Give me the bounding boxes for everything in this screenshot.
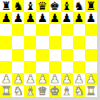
black-pawn-piece: ♟ [13,13,23,24]
black-bishop-piece: ♝ [62,1,72,12]
square-f3[interactable] [61,61,73,73]
square-g7[interactable]: ♟ [73,12,85,24]
black-pawn-piece: ♟ [74,13,84,24]
square-g2[interactable]: ♟ [73,73,85,85]
square-g1[interactable]: ♞ [73,85,85,97]
black-rook-piece: ♜ [86,1,96,12]
square-b6[interactable] [12,24,24,36]
black-king-piece: ♚ [49,1,59,12]
square-e6[interactable] [49,24,61,36]
square-g3[interactable] [73,61,85,73]
black-bishop-piece: ♝ [25,1,35,12]
black-pawn-piece: ♟ [1,13,11,24]
white-pawn-piece: ♟ [49,74,59,85]
black-knight-piece: ♞ [74,1,84,12]
chess-board: ♜♞♝♛♚♝♞♜♟♟♟♟♟♟♟♟♟♟♟♟♟♟♟♟♜♞♝♛♚♝♞♜ [0,0,97,97]
square-h5[interactable] [85,36,97,48]
square-g4[interactable] [73,49,85,61]
square-a8[interactable]: ♜ [0,0,12,12]
square-c7[interactable]: ♟ [24,12,36,24]
square-h6[interactable] [85,24,97,36]
square-a7[interactable]: ♟ [0,12,12,24]
square-d6[interactable] [36,24,48,36]
white-pawn-piece: ♟ [13,74,23,85]
white-knight-piece: ♞ [74,86,84,97]
white-pawn-piece: ♟ [1,74,11,85]
square-h8[interactable]: ♜ [85,0,97,12]
white-bishop-piece: ♝ [62,86,72,97]
white-rook-piece: ♜ [86,86,96,97]
square-h7[interactable]: ♟ [85,12,97,24]
square-h3[interactable] [85,61,97,73]
square-b1[interactable]: ♞ [12,85,24,97]
square-a2[interactable]: ♟ [0,73,12,85]
square-d4[interactable] [36,49,48,61]
square-h1[interactable]: ♜ [85,85,97,97]
square-d5[interactable] [36,36,48,48]
square-b4[interactable] [12,49,24,61]
black-pawn-piece: ♟ [49,13,59,24]
white-rook-piece: ♜ [1,86,11,97]
black-pawn-piece: ♟ [86,13,96,24]
black-pawn-piece: ♟ [25,13,35,24]
square-f8[interactable]: ♝ [61,0,73,12]
square-a6[interactable] [0,24,12,36]
white-queen-piece: ♛ [37,86,47,97]
square-e8[interactable]: ♚ [49,0,61,12]
black-rook-piece: ♜ [1,1,11,12]
square-f2[interactable]: ♟ [61,73,73,85]
square-c4[interactable] [24,49,36,61]
white-pawn-piece: ♟ [25,74,35,85]
black-queen-piece: ♛ [37,1,47,12]
square-f4[interactable] [61,49,73,61]
white-pawn-piece: ♟ [86,74,96,85]
black-knight-piece: ♞ [13,1,23,12]
white-knight-piece: ♞ [13,86,23,97]
square-e1[interactable]: ♚ [49,85,61,97]
square-f5[interactable] [61,36,73,48]
square-h2[interactable]: ♟ [85,73,97,85]
square-c6[interactable] [24,24,36,36]
square-e7[interactable]: ♟ [49,12,61,24]
square-e3[interactable] [49,61,61,73]
black-pawn-piece: ♟ [37,13,47,24]
square-d1[interactable]: ♛ [36,85,48,97]
square-e5[interactable] [49,36,61,48]
square-g8[interactable]: ♞ [73,0,85,12]
white-bishop-piece: ♝ [25,86,35,97]
square-e4[interactable] [49,49,61,61]
square-b8[interactable]: ♞ [12,0,24,12]
square-h4[interactable] [85,49,97,61]
square-a1[interactable]: ♜ [0,85,12,97]
square-c2[interactable]: ♟ [24,73,36,85]
square-d3[interactable] [36,61,48,73]
white-pawn-piece: ♟ [62,74,72,85]
square-d7[interactable]: ♟ [36,12,48,24]
square-b7[interactable]: ♟ [12,12,24,24]
square-a3[interactable] [0,61,12,73]
square-b5[interactable] [12,36,24,48]
square-a5[interactable] [0,36,12,48]
square-e2[interactable]: ♟ [49,73,61,85]
black-pawn-piece: ♟ [62,13,72,24]
square-c3[interactable] [24,61,36,73]
square-c1[interactable]: ♝ [24,85,36,97]
white-king-piece: ♚ [49,86,59,97]
square-g5[interactable] [73,36,85,48]
square-f6[interactable] [61,24,73,36]
square-c8[interactable]: ♝ [24,0,36,12]
square-c5[interactable] [24,36,36,48]
square-d2[interactable]: ♟ [36,73,48,85]
square-b3[interactable] [12,61,24,73]
square-b2[interactable]: ♟ [12,73,24,85]
square-d8[interactable]: ♛ [36,0,48,12]
square-f7[interactable]: ♟ [61,12,73,24]
square-a4[interactable] [0,49,12,61]
white-pawn-piece: ♟ [37,74,47,85]
white-pawn-piece: ♟ [74,74,84,85]
square-g6[interactable] [73,24,85,36]
square-f1[interactable]: ♝ [61,85,73,97]
